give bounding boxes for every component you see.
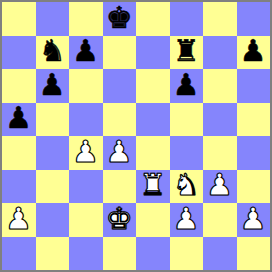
piece-white-king[interactable]: ♚	[106, 204, 133, 234]
square-d3[interactable]	[103, 170, 137, 204]
square-g5[interactable]	[203, 103, 237, 137]
square-h2[interactable]: ♟	[237, 203, 271, 237]
piece-black-pawn[interactable]: ♟	[240, 36, 267, 66]
square-b3[interactable]	[36, 170, 70, 204]
square-h8[interactable]	[237, 2, 271, 36]
square-b8[interactable]	[36, 2, 70, 36]
square-a7[interactable]	[2, 36, 36, 70]
square-f1[interactable]	[170, 237, 204, 271]
square-b2[interactable]	[36, 203, 70, 237]
square-f7[interactable]: ♜	[170, 36, 204, 70]
piece-white-knight[interactable]: ♞	[173, 170, 200, 200]
square-c3[interactable]	[69, 170, 103, 204]
square-h3[interactable]	[237, 170, 271, 204]
piece-black-pawn[interactable]: ♟	[173, 70, 200, 100]
square-c1[interactable]	[69, 237, 103, 271]
square-e8[interactable]	[136, 2, 170, 36]
piece-white-pawn[interactable]: ♟	[240, 204, 267, 234]
piece-black-king[interactable]: ♚	[106, 3, 133, 33]
square-g1[interactable]	[203, 237, 237, 271]
square-d2[interactable]: ♚	[103, 203, 137, 237]
square-d7[interactable]	[103, 36, 137, 70]
square-h6[interactable]	[237, 69, 271, 103]
piece-black-knight[interactable]: ♞	[39, 36, 66, 66]
square-e5[interactable]	[136, 103, 170, 137]
piece-white-pawn[interactable]: ♟	[72, 137, 99, 167]
square-g8[interactable]	[203, 2, 237, 36]
square-c4[interactable]: ♟	[69, 136, 103, 170]
square-e6[interactable]	[136, 69, 170, 103]
square-f2[interactable]: ♟	[170, 203, 204, 237]
square-a8[interactable]	[2, 2, 36, 36]
square-g4[interactable]	[203, 136, 237, 170]
square-g7[interactable]	[203, 36, 237, 70]
square-e1[interactable]	[136, 237, 170, 271]
square-a2[interactable]: ♟	[2, 203, 36, 237]
square-d6[interactable]	[103, 69, 137, 103]
square-h4[interactable]	[237, 136, 271, 170]
piece-black-pawn[interactable]: ♟	[5, 103, 32, 133]
square-h1[interactable]	[237, 237, 271, 271]
piece-white-pawn[interactable]: ♟	[5, 204, 32, 234]
piece-white-pawn[interactable]: ♟	[206, 170, 233, 200]
piece-white-rook[interactable]: ♜	[139, 170, 166, 200]
square-e2[interactable]	[136, 203, 170, 237]
square-a4[interactable]	[2, 136, 36, 170]
piece-black-rook[interactable]: ♜	[173, 36, 200, 66]
square-a3[interactable]	[2, 170, 36, 204]
square-e7[interactable]	[136, 36, 170, 70]
square-d1[interactable]	[103, 237, 137, 271]
piece-white-pawn[interactable]: ♟	[173, 204, 200, 234]
piece-black-pawn[interactable]: ♟	[72, 36, 99, 66]
square-b4[interactable]	[36, 136, 70, 170]
square-a6[interactable]	[2, 69, 36, 103]
square-h5[interactable]	[237, 103, 271, 137]
square-c7[interactable]: ♟	[69, 36, 103, 70]
square-b5[interactable]	[36, 103, 70, 137]
square-d5[interactable]	[103, 103, 137, 137]
square-c5[interactable]	[69, 103, 103, 137]
square-f8[interactable]	[170, 2, 204, 36]
square-d4[interactable]: ♟	[103, 136, 137, 170]
square-e4[interactable]	[136, 136, 170, 170]
square-f5[interactable]	[170, 103, 204, 137]
square-e3[interactable]: ♜	[136, 170, 170, 204]
square-b7[interactable]: ♞	[36, 36, 70, 70]
square-g6[interactable]	[203, 69, 237, 103]
square-b6[interactable]: ♟	[36, 69, 70, 103]
square-c6[interactable]	[69, 69, 103, 103]
square-a5[interactable]: ♟	[2, 103, 36, 137]
square-f3[interactable]: ♞	[170, 170, 204, 204]
square-g3[interactable]: ♟	[203, 170, 237, 204]
square-c2[interactable]	[69, 203, 103, 237]
square-b1[interactable]	[36, 237, 70, 271]
square-c8[interactable]	[69, 2, 103, 36]
square-f4[interactable]	[170, 136, 204, 170]
square-h7[interactable]: ♟	[237, 36, 271, 70]
piece-white-pawn[interactable]: ♟	[106, 137, 133, 167]
chess-board: ♚♞♟♜♟♟♟♟♟♟♜♞♟♟♚♟♟	[0, 0, 272, 272]
square-f6[interactable]: ♟	[170, 69, 204, 103]
piece-black-pawn[interactable]: ♟	[39, 70, 66, 100]
square-g2[interactable]	[203, 203, 237, 237]
square-a1[interactable]	[2, 237, 36, 271]
square-d8[interactable]: ♚	[103, 2, 137, 36]
